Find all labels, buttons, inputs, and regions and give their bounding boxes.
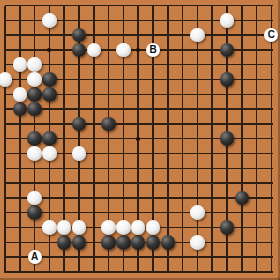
black-stone	[101, 117, 116, 132]
black-stone	[72, 117, 87, 132]
black-stone	[42, 131, 57, 146]
move-choice-label-c[interactable]: C	[264, 28, 278, 42]
black-stone	[220, 220, 235, 235]
white-stone	[116, 220, 131, 235]
white-stone	[116, 43, 131, 58]
grid-line-vertical	[167, 6, 169, 274]
black-stone	[220, 72, 235, 87]
white-stone	[27, 146, 42, 161]
black-stone	[13, 102, 28, 117]
white-stone	[27, 191, 42, 206]
grid-line-horizontal	[5, 168, 273, 170]
go-board[interactable]: ABC	[0, 0, 280, 280]
black-stone	[72, 235, 87, 250]
black-stone	[235, 191, 250, 206]
star-point	[136, 48, 140, 52]
white-stone	[190, 28, 205, 43]
white-stone	[0, 72, 12, 87]
white-stone	[87, 43, 102, 58]
star-point	[136, 137, 140, 141]
white-stone	[42, 220, 57, 235]
grid-line-vertical	[197, 6, 199, 274]
grid-line-horizontal	[5, 64, 273, 66]
black-stone	[42, 87, 57, 102]
grid-line-vertical	[4, 6, 6, 274]
grid-line-vertical	[19, 6, 21, 274]
grid-line-horizontal	[5, 123, 273, 125]
board-right-edge	[278, 0, 280, 280]
grid-line-vertical	[271, 6, 273, 274]
move-choice-label-a[interactable]: A	[28, 250, 42, 264]
black-stone	[101, 235, 116, 250]
go-diagram: ABC	[0, 0, 280, 280]
black-stone	[27, 131, 42, 146]
grid-line-horizontal	[5, 5, 273, 7]
white-stone	[57, 220, 72, 235]
grid-line-horizontal	[5, 256, 273, 258]
white-stone	[27, 72, 42, 87]
white-stone	[42, 13, 57, 28]
black-stone	[42, 72, 57, 87]
black-stone	[116, 235, 131, 250]
grid-line-horizontal	[5, 212, 273, 214]
grid-line-horizontal	[5, 108, 273, 110]
grid-line-horizontal	[5, 34, 273, 36]
black-stone	[220, 131, 235, 146]
white-stone	[72, 220, 87, 235]
black-stone	[72, 43, 87, 58]
grid-line-horizontal	[5, 271, 273, 273]
white-stone	[101, 220, 116, 235]
black-stone	[57, 235, 72, 250]
black-stone	[27, 205, 42, 220]
black-stone	[27, 102, 42, 117]
black-stone	[72, 28, 87, 43]
white-stone	[131, 220, 146, 235]
grid-line-vertical	[241, 6, 243, 274]
white-stone	[13, 57, 28, 72]
white-stone	[146, 220, 161, 235]
black-stone	[146, 235, 161, 250]
white-stone	[27, 57, 42, 72]
white-stone	[220, 13, 235, 28]
grid-line-vertical	[211, 6, 213, 274]
white-stone	[72, 146, 87, 161]
white-stone	[190, 205, 205, 220]
white-stone	[13, 87, 28, 102]
move-choice-label-b[interactable]: B	[146, 43, 160, 57]
grid-line-vertical	[256, 6, 258, 274]
star-point	[47, 48, 51, 52]
black-stone	[131, 235, 146, 250]
white-stone	[42, 146, 57, 161]
grid-line-vertical	[182, 6, 184, 274]
black-stone	[161, 235, 176, 250]
white-stone	[190, 235, 205, 250]
black-stone	[220, 43, 235, 58]
grid-line-horizontal	[5, 182, 273, 184]
black-stone	[27, 87, 42, 102]
grid-line-horizontal	[5, 197, 273, 199]
